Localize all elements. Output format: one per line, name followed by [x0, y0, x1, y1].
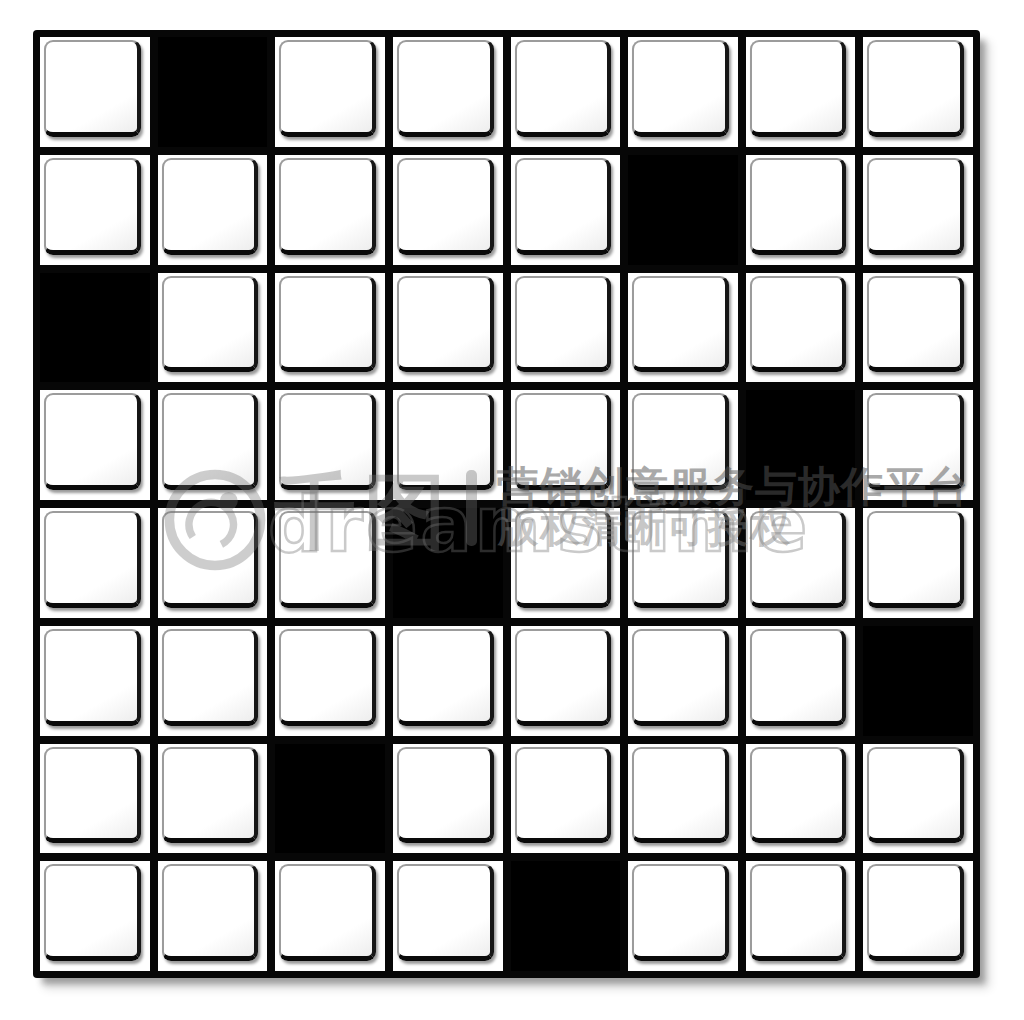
white-cell-r6c5[interactable] [511, 626, 621, 736]
white-cell-r6c4[interactable] [393, 626, 503, 736]
white-cell-r8c4[interactable] [393, 861, 503, 971]
cell-bevel-face [515, 393, 612, 490]
cell-bevel-face [44, 40, 141, 137]
white-cell-r4c1[interactable] [40, 390, 150, 500]
black-cell-r6c8 [863, 626, 973, 736]
cell-bevel-face [279, 864, 376, 961]
white-cell-r5c8[interactable] [863, 508, 973, 618]
cell-bevel-face [397, 158, 494, 255]
cell-bevel-face [750, 747, 847, 844]
white-cell-r8c6[interactable] [628, 861, 738, 971]
cell-bevel-face [397, 393, 494, 490]
white-cell-r6c3[interactable] [275, 626, 385, 736]
white-cell-r1c7[interactable] [746, 37, 856, 147]
white-cell-r2c2[interactable] [158, 155, 268, 265]
cell-bevel-face [867, 747, 964, 844]
white-cell-r3c3[interactable] [275, 273, 385, 383]
white-cell-r3c4[interactable] [393, 273, 503, 383]
white-cell-r1c8[interactable] [863, 37, 973, 147]
cell-bevel-face [750, 158, 847, 255]
white-cell-r7c5[interactable] [511, 744, 621, 854]
cell-bevel-face [515, 511, 612, 608]
cell-bevel-face [515, 276, 612, 373]
white-cell-r2c1[interactable] [40, 155, 150, 265]
white-cell-r8c7[interactable] [746, 861, 856, 971]
cell-bevel-face [632, 511, 729, 608]
cell-bevel-face [867, 511, 964, 608]
black-cell-r7c3 [275, 744, 385, 854]
cell-bevel-face [162, 629, 259, 726]
white-cell-r4c5[interactable] [511, 390, 621, 500]
cell-bevel-face [162, 393, 259, 490]
white-cell-r6c6[interactable] [628, 626, 738, 736]
white-cell-r7c4[interactable] [393, 744, 503, 854]
cell-bevel-face [632, 393, 729, 490]
black-cell-r4c7 [746, 390, 856, 500]
white-cell-r5c5[interactable] [511, 508, 621, 618]
cell-bevel-face [162, 747, 259, 844]
white-cell-r7c7[interactable] [746, 744, 856, 854]
white-cell-r4c2[interactable] [158, 390, 268, 500]
white-cell-r2c5[interactable] [511, 155, 621, 265]
white-cell-r3c8[interactable] [863, 273, 973, 383]
white-cell-r7c8[interactable] [863, 744, 973, 854]
cell-bevel-face [279, 393, 376, 490]
cell-bevel-face [515, 40, 612, 137]
white-cell-r7c1[interactable] [40, 744, 150, 854]
white-cell-r5c3[interactable] [275, 508, 385, 618]
black-cell-r2c6 [628, 155, 738, 265]
cell-bevel-face [515, 158, 612, 255]
cell-bevel-face [632, 629, 729, 726]
white-cell-r8c2[interactable] [158, 861, 268, 971]
white-cell-r2c7[interactable] [746, 155, 856, 265]
white-cell-r1c1[interactable] [40, 37, 150, 147]
white-cell-r5c7[interactable] [746, 508, 856, 618]
white-cell-r6c7[interactable] [746, 626, 856, 736]
cell-bevel-face [397, 747, 494, 844]
white-cell-r1c3[interactable] [275, 37, 385, 147]
cell-bevel-face [397, 276, 494, 373]
cell-bevel-face [279, 158, 376, 255]
black-cell-r3c1 [40, 273, 150, 383]
white-cell-r4c4[interactable] [393, 390, 503, 500]
white-cell-r6c1[interactable] [40, 626, 150, 736]
cell-bevel-face [397, 40, 494, 137]
white-cell-r2c3[interactable] [275, 155, 385, 265]
cell-bevel-face [515, 747, 612, 844]
black-cell-r5c4 [393, 508, 503, 618]
white-cell-r5c2[interactable] [158, 508, 268, 618]
cell-bevel-face [867, 158, 964, 255]
black-cell-r8c5 [511, 861, 621, 971]
cell-bevel-face [867, 40, 964, 137]
white-cell-r1c6[interactable] [628, 37, 738, 147]
cell-bevel-face [162, 511, 259, 608]
white-cell-r3c6[interactable] [628, 273, 738, 383]
white-cell-r8c3[interactable] [275, 861, 385, 971]
cell-bevel-face [632, 747, 729, 844]
puzzle-board [33, 30, 980, 978]
cell-bevel-face [44, 747, 141, 844]
white-cell-r1c5[interactable] [511, 37, 621, 147]
white-cell-r5c6[interactable] [628, 508, 738, 618]
cell-bevel-face [44, 511, 141, 608]
white-cell-r7c6[interactable] [628, 744, 738, 854]
cell-bevel-face [750, 511, 847, 608]
white-cell-r8c8[interactable] [863, 861, 973, 971]
cell-bevel-face [867, 393, 964, 490]
cell-bevel-face [44, 158, 141, 255]
cell-bevel-face [632, 40, 729, 137]
cell-bevel-face [279, 511, 376, 608]
white-cell-r4c8[interactable] [863, 390, 973, 500]
cell-bevel-face [867, 276, 964, 373]
cell-bevel-face [162, 158, 259, 255]
cell-bevel-face [397, 629, 494, 726]
white-cell-r1c4[interactable] [393, 37, 503, 147]
white-cell-r5c1[interactable] [40, 508, 150, 618]
cell-bevel-face [44, 393, 141, 490]
cell-bevel-face [750, 629, 847, 726]
cell-bevel-face [750, 864, 847, 961]
white-cell-r8c1[interactable] [40, 861, 150, 971]
cell-bevel-face [397, 864, 494, 961]
cell-bevel-face [44, 629, 141, 726]
cell-bevel-face [515, 629, 612, 726]
white-cell-r7c2[interactable] [158, 744, 268, 854]
white-cell-r3c7[interactable] [746, 273, 856, 383]
cell-bevel-face [162, 864, 259, 961]
black-cell-r1c2 [158, 37, 268, 147]
white-cell-r2c8[interactable] [863, 155, 973, 265]
cell-bevel-face [750, 40, 847, 137]
cell-bevel-face [279, 40, 376, 137]
cell-bevel-face [632, 276, 729, 373]
white-cell-r3c2[interactable] [158, 273, 268, 383]
cell-bevel-face [279, 276, 376, 373]
white-cell-r6c2[interactable] [158, 626, 268, 736]
white-cell-r4c6[interactable] [628, 390, 738, 500]
cell-bevel-face [632, 864, 729, 961]
cell-bevel-face [750, 276, 847, 373]
white-cell-r2c4[interactable] [393, 155, 503, 265]
white-cell-r4c3[interactable] [275, 390, 385, 500]
cell-bevel-face [162, 276, 259, 373]
cell-bevel-face [44, 864, 141, 961]
cell-bevel-face [867, 864, 964, 961]
cell-bevel-face [279, 629, 376, 726]
white-cell-r3c5[interactable] [511, 273, 621, 383]
